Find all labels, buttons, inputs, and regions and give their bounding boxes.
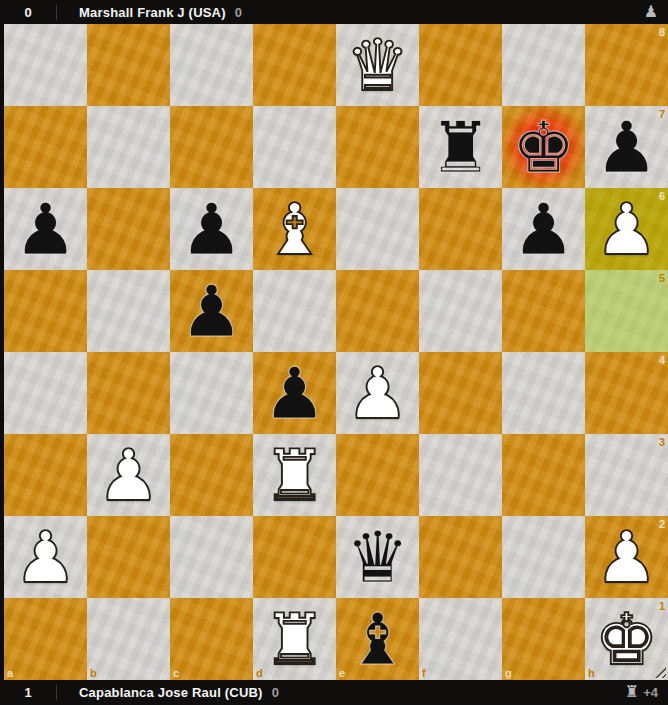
material-rook-icon: ♜ — [625, 684, 639, 700]
square-c2[interactable] — [170, 516, 253, 598]
piece-white-rook[interactable]: ♜ — [253, 434, 336, 516]
square-c5[interactable]: ♟ — [170, 270, 253, 352]
piece-white-king[interactable]: ♚ — [585, 598, 668, 680]
file-label-d: d — [256, 667, 263, 679]
square-b8[interactable] — [87, 24, 170, 106]
bar-divider — [56, 685, 57, 700]
square-a7[interactable] — [4, 106, 87, 188]
square-h4[interactable]: 4 — [585, 352, 668, 434]
square-e2[interactable]: ♛ — [336, 516, 419, 598]
square-d7[interactable] — [253, 106, 336, 188]
square-c3[interactable] — [170, 434, 253, 516]
square-a1[interactable]: a — [4, 598, 87, 680]
rank-label-3: 3 — [659, 436, 665, 448]
top-player-score: 0 — [0, 5, 56, 20]
square-b3[interactable]: ♟ — [87, 434, 170, 516]
piece-black-pawn[interactable]: ♟ — [502, 188, 585, 270]
square-g1[interactable]: g — [502, 598, 585, 680]
square-f6[interactable] — [419, 188, 502, 270]
piece-white-pawn[interactable]: ♟ — [336, 352, 419, 434]
square-d4[interactable]: ♟ — [253, 352, 336, 434]
square-c7[interactable] — [170, 106, 253, 188]
piece-white-pawn[interactable]: ♟ — [585, 188, 668, 270]
square-h6[interactable]: ♟6 — [585, 188, 668, 270]
piece-white-pawn[interactable]: ♟ — [585, 516, 668, 598]
square-c8[interactable] — [170, 24, 253, 106]
chess-board[interactable]: ♛8♜♚♟7♟♟♝♟♟6♟5♟♟4♟♜3♟♛♟2abc♜d♝efg♚1h — [4, 24, 668, 680]
square-h3[interactable]: 3 — [585, 434, 668, 516]
square-h5[interactable]: 5 — [585, 270, 668, 352]
square-e7[interactable] — [336, 106, 419, 188]
piece-black-pawn[interactable]: ♟ — [170, 270, 253, 352]
piece-black-pawn[interactable]: ♟ — [170, 188, 253, 270]
piece-black-bishop[interactable]: ♝ — [336, 598, 419, 680]
rank-label-1: 1 — [659, 600, 665, 612]
file-label-g: g — [505, 667, 512, 679]
square-h7[interactable]: ♟7 — [585, 106, 668, 188]
square-a3[interactable] — [4, 434, 87, 516]
square-d3[interactable]: ♜ — [253, 434, 336, 516]
square-d6[interactable]: ♝ — [253, 188, 336, 270]
square-b5[interactable] — [87, 270, 170, 352]
file-label-a: a — [7, 667, 13, 679]
square-c6[interactable]: ♟ — [170, 188, 253, 270]
square-d8[interactable] — [253, 24, 336, 106]
piece-white-rook[interactable]: ♜ — [253, 598, 336, 680]
rank-label-2: 2 — [659, 518, 665, 530]
square-b2[interactable] — [87, 516, 170, 598]
square-b6[interactable] — [87, 188, 170, 270]
square-d1[interactable]: ♜d — [253, 598, 336, 680]
square-a5[interactable] — [4, 270, 87, 352]
square-h8[interactable]: 8 — [585, 24, 668, 106]
square-f3[interactable] — [419, 434, 502, 516]
square-a2[interactable]: ♟ — [4, 516, 87, 598]
square-g3[interactable] — [502, 434, 585, 516]
square-b1[interactable]: b — [87, 598, 170, 680]
square-g6[interactable]: ♟ — [502, 188, 585, 270]
square-g2[interactable] — [502, 516, 585, 598]
rank-label-6: 6 — [659, 190, 665, 202]
square-g5[interactable] — [502, 270, 585, 352]
top-player-clock: 0 — [235, 5, 242, 20]
square-f7[interactable]: ♜ — [419, 106, 502, 188]
file-label-c: c — [173, 667, 179, 679]
bottom-player-bar: 1 Capablanca Jose Raul (CUB) 0 ♜ +4 — [0, 680, 668, 704]
material-advantage: +4 — [643, 685, 658, 700]
square-b7[interactable] — [87, 106, 170, 188]
square-f8[interactable] — [419, 24, 502, 106]
top-player-bar: 0 Marshall Frank J (USA) 0 ♟ — [0, 0, 668, 24]
square-f2[interactable] — [419, 516, 502, 598]
square-e6[interactable] — [336, 188, 419, 270]
square-g8[interactable] — [502, 24, 585, 106]
file-label-h: h — [588, 667, 595, 679]
square-e4[interactable]: ♟ — [336, 352, 419, 434]
square-f4[interactable] — [419, 352, 502, 434]
bottom-player-score: 1 — [0, 685, 56, 700]
piece-black-pawn[interactable]: ♟ — [4, 188, 87, 270]
square-e3[interactable] — [336, 434, 419, 516]
bar-divider — [56, 5, 57, 20]
rank-label-5: 5 — [659, 272, 665, 284]
square-e5[interactable] — [336, 270, 419, 352]
square-e8[interactable]: ♛ — [336, 24, 419, 106]
square-c4[interactable] — [170, 352, 253, 434]
piece-black-king[interactable]: ♚ — [502, 106, 585, 188]
piece-white-pawn[interactable]: ♟ — [87, 434, 170, 516]
piece-black-pawn[interactable]: ♟ — [253, 352, 336, 434]
piece-black-rook[interactable]: ♜ — [419, 106, 502, 188]
square-d5[interactable] — [253, 270, 336, 352]
board-area: ♛8♜♚♟7♟♟♝♟♟6♟5♟♟4♟♜3♟♛♟2abc♜d♝efg♚1h — [0, 24, 668, 680]
top-player-name: Marshall Frank J (USA) — [79, 5, 226, 20]
rank-label-8: 8 — [659, 26, 665, 38]
player-pawn-icon: ♟ — [644, 4, 658, 20]
piece-white-queen[interactable]: ♛ — [336, 24, 419, 106]
rank-label-4: 4 — [659, 354, 665, 366]
square-h1[interactable]: ♚1h — [585, 598, 668, 680]
piece-white-pawn[interactable]: ♟ — [4, 516, 87, 598]
square-b4[interactable] — [87, 352, 170, 434]
square-f1[interactable]: f — [419, 598, 502, 680]
square-a8[interactable] — [4, 24, 87, 106]
chess-viewer: 0 Marshall Frank J (USA) 0 ♟ ♛8♜♚♟7♟♟♝♟♟… — [0, 0, 668, 705]
bottom-player-name: Capablanca Jose Raul (CUB) — [79, 685, 263, 700]
file-label-b: b — [90, 667, 97, 679]
square-g4[interactable] — [502, 352, 585, 434]
square-e1[interactable]: ♝e — [336, 598, 419, 680]
square-h2[interactable]: ♟2 — [585, 516, 668, 598]
file-label-f: f — [422, 667, 426, 679]
square-f5[interactable] — [419, 270, 502, 352]
piece-black-queen[interactable]: ♛ — [336, 516, 419, 598]
square-a4[interactable] — [4, 352, 87, 434]
square-a6[interactable]: ♟ — [4, 188, 87, 270]
square-d2[interactable] — [253, 516, 336, 598]
piece-black-pawn[interactable]: ♟ — [585, 106, 668, 188]
square-g7[interactable]: ♚ — [502, 106, 585, 188]
square-c1[interactable]: c — [170, 598, 253, 680]
piece-white-bishop[interactable]: ♝ — [253, 188, 336, 270]
rank-label-7: 7 — [659, 108, 665, 120]
bottom-player-clock: 0 — [272, 685, 279, 700]
file-label-e: e — [339, 667, 345, 679]
